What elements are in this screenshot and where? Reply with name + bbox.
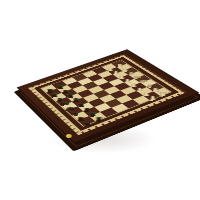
photo-scene: ♜♟♟♜♞♟♟♞♝♟♟♝♛♟♟♛♚♟♟♚♝♟♟♝♞♟♟♞♜♟♟♜ bbox=[0, 0, 200, 200]
chess-board: ♜♟♟♜♞♟♟♞♝♟♟♝♛♟♟♛♚♟♟♚♝♟♟♝♞♟♟♞♜♟♟♜ bbox=[17, 49, 200, 143]
felt-base bbox=[84, 121, 92, 123]
brass-clasp bbox=[66, 134, 72, 138]
camera-perspective-wrap: ♜♟♟♜♞♟♟♞♝♟♟♝♛♟♟♛♚♟♟♚♝♟♟♝♞♟♟♞♜♟♟♜ bbox=[2, 15, 200, 165]
felt-base bbox=[95, 117, 103, 119]
perspective-container: ♜♟♟♜♞♟♟♞♝♟♟♝♛♟♟♛♚♟♟♚♝♟♟♝♞♟♟♞♜♟♟♜ bbox=[2, 15, 200, 165]
board-frame: ♜♟♟♜♞♟♟♞♝♟♟♝♛♟♟♛♚♟♟♚♝♟♟♝♞♟♟♞♜♟♟♜ bbox=[17, 49, 200, 143]
